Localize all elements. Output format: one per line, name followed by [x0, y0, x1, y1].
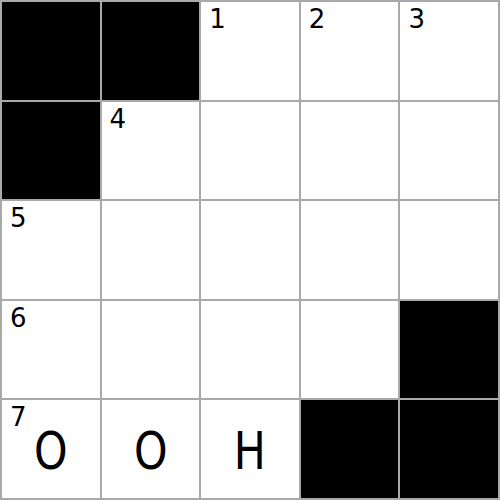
clue-number: 3 — [408, 5, 425, 34]
grid-cell-r5c3[interactable]: H — [201, 400, 299, 498]
clue-number: 5 — [10, 204, 27, 233]
black-cell-r1c1 — [2, 2, 100, 100]
cell-letter: O — [11, 400, 91, 498]
grid-cell-r1c4[interactable]: 2 — [301, 2, 399, 100]
clue-number: 4 — [110, 105, 127, 134]
crossword-grid: 1234567OOH — [0, 0, 500, 500]
grid-cell-r4c3[interactable] — [201, 301, 299, 399]
grid-cell-r2c4[interactable] — [301, 102, 399, 200]
grid-cell-r4c4[interactable] — [301, 301, 399, 399]
grid-cell-r5c2[interactable]: O — [102, 400, 200, 498]
black-cell-r5c4 — [301, 400, 399, 498]
grid-cell-r2c2[interactable]: 4 — [102, 102, 200, 200]
cell-letter: H — [210, 400, 290, 498]
grid-cell-r3c1[interactable]: 5 — [2, 201, 100, 299]
grid-cell-r2c3[interactable] — [201, 102, 299, 200]
grid-cell-r1c3[interactable]: 1 — [201, 2, 299, 100]
black-cell-r5c5 — [400, 400, 498, 498]
black-cell-r1c2 — [102, 2, 200, 100]
black-cell-r2c1 — [2, 102, 100, 200]
grid-cell-r5c1[interactable]: 7O — [2, 400, 100, 498]
clue-number: 2 — [309, 5, 326, 34]
black-cell-r4c5 — [400, 301, 498, 399]
grid-cell-r4c1[interactable]: 6 — [2, 301, 100, 399]
grid-cell-r3c4[interactable] — [301, 201, 399, 299]
clue-number: 1 — [209, 5, 226, 34]
cell-letter: O — [110, 400, 190, 498]
grid-cell-r4c2[interactable] — [102, 301, 200, 399]
grid-cell-r1c5[interactable]: 3 — [400, 2, 498, 100]
clue-number: 6 — [10, 304, 27, 333]
grid-cell-r2c5[interactable] — [400, 102, 498, 200]
grid-cell-r3c5[interactable] — [400, 201, 498, 299]
grid-cell-r3c2[interactable] — [102, 201, 200, 299]
grid-cell-r3c3[interactable] — [201, 201, 299, 299]
